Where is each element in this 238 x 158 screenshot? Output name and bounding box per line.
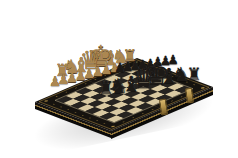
white-rook: ♜: [54, 62, 69, 79]
border-ornament-dot: [104, 75, 106, 76]
border-ornament-dot: [85, 83, 87, 84]
border-ornament-dot: [60, 107, 62, 108]
border-ornament-dot: [142, 65, 144, 66]
white-king: ♚: [88, 42, 114, 71]
border-ornament-dot: [89, 118, 91, 119]
black-pawn: ♟: [160, 55, 172, 68]
border-ornament-dot: [132, 117, 134, 118]
white-pawn: ♟: [57, 73, 69, 87]
white-bishop: ♝: [72, 55, 90, 75]
border-ornament-dot: [55, 96, 57, 97]
border-ornament-dot: [151, 109, 153, 110]
border-ornament-dot: [96, 120, 98, 121]
border-ornament-dot: [94, 79, 96, 80]
border-ornament-dot: [114, 71, 116, 72]
black-pawn: ♟: [167, 54, 179, 67]
white-pawn: ♟: [66, 71, 78, 85]
border-ornament-dot: [186, 82, 188, 83]
border-ornament-dot: [65, 92, 67, 93]
border-ornament-dot: [67, 109, 69, 110]
border-ornament-dot: [122, 121, 124, 122]
border-ornament-dot: [103, 123, 105, 124]
border-ornament-dot: [53, 104, 55, 105]
border-ornament-dot: [157, 71, 159, 72]
border-ornament-diamond: [134, 62, 138, 64]
white-pawn: ♟: [49, 75, 61, 89]
border-ornament-dot: [171, 76, 173, 77]
border-ornament-dot: [171, 101, 173, 102]
border-ornament-dot: [180, 96, 182, 97]
white-queen: ♛: [79, 47, 102, 73]
white-knight: ♞: [63, 57, 80, 76]
border-ornament-dot: [123, 67, 125, 68]
border-ornament-dot: [179, 79, 181, 80]
border-ornament-dot: [75, 88, 77, 89]
border-ornament-dot: [74, 112, 76, 113]
border-ornament-dot: [82, 115, 84, 116]
border-ornament-dot: [150, 68, 152, 69]
border-ornament-diamond: [201, 87, 205, 89]
chess-set-photo: ♜♞♝♛♚♝♞♜♟♟♟♟♟♟♟♟♟♟♟♟♟♟♟♟♜♞♝♛♚♝♞♜: [0, 0, 238, 158]
border-ornament-dot: [193, 84, 195, 85]
border-ornament-diamond: [111, 126, 115, 128]
border-ornament-diamond: [44, 100, 48, 102]
border-ornament-dot: [164, 73, 166, 74]
border-ornament-dot: [142, 113, 144, 114]
